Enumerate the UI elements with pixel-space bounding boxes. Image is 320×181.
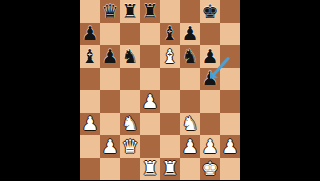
- square-h6[interactable]: [220, 45, 240, 68]
- square-b1[interactable]: [100, 158, 120, 181]
- square-d3[interactable]: [140, 113, 160, 136]
- square-g7[interactable]: [200, 23, 220, 46]
- square-g8[interactable]: ♚: [200, 0, 220, 23]
- square-d2[interactable]: [140, 135, 160, 158]
- white-knight-c3[interactable]: ♞: [121, 114, 138, 133]
- square-f8[interactable]: [180, 0, 200, 23]
- square-h2[interactable]: ♟: [220, 135, 240, 158]
- square-b5[interactable]: [100, 68, 120, 91]
- square-a7[interactable]: ♟: [80, 23, 100, 46]
- white-pawn-b2[interactable]: ♟: [101, 136, 118, 155]
- screenshot-root: ♛♜♜♚♟♝♟♝♟♞♝♞♟♟♟♟♞♞♟♛♟♟♟♜♜♚: [0, 0, 320, 180]
- square-f1[interactable]: [180, 158, 200, 181]
- black-rook-c8[interactable]: ♜: [121, 1, 138, 20]
- white-pawn-d4[interactable]: ♟: [141, 91, 158, 110]
- square-d7[interactable]: [140, 23, 160, 46]
- square-c3[interactable]: ♞: [120, 113, 140, 136]
- white-king-g1[interactable]: ♚: [201, 159, 218, 178]
- black-knight-c6[interactable]: ♞: [121, 46, 138, 65]
- square-d8[interactable]: ♜: [140, 0, 160, 23]
- chess-board[interactable]: ♛♜♜♚♟♝♟♝♟♞♝♞♟♟♟♟♞♞♟♛♟♟♟♜♜♚: [80, 0, 240, 180]
- black-pawn-a7[interactable]: ♟: [81, 24, 98, 43]
- square-b4[interactable]: [100, 90, 120, 113]
- black-pawn-g6[interactable]: ♟: [201, 46, 218, 65]
- square-c1[interactable]: [120, 158, 140, 181]
- square-c5[interactable]: [120, 68, 140, 91]
- square-h7[interactable]: [220, 23, 240, 46]
- square-f4[interactable]: [180, 90, 200, 113]
- black-bishop-a6[interactable]: ♝: [81, 46, 98, 65]
- square-g1[interactable]: ♚: [200, 158, 220, 181]
- square-f6[interactable]: ♞: [180, 45, 200, 68]
- square-a4[interactable]: [80, 90, 100, 113]
- square-d5[interactable]: [140, 68, 160, 91]
- square-b6[interactable]: ♟: [100, 45, 120, 68]
- black-knight-f6[interactable]: ♞: [181, 46, 198, 65]
- square-f3[interactable]: ♞: [180, 113, 200, 136]
- square-a5[interactable]: [80, 68, 100, 91]
- square-c2[interactable]: ♛: [120, 135, 140, 158]
- square-f2[interactable]: ♟: [180, 135, 200, 158]
- square-e4[interactable]: [160, 90, 180, 113]
- square-e1[interactable]: ♜: [160, 158, 180, 181]
- square-a2[interactable]: [80, 135, 100, 158]
- square-b3[interactable]: [100, 113, 120, 136]
- black-bishop-e7[interactable]: ♝: [161, 24, 178, 43]
- square-g6[interactable]: ♟: [200, 45, 220, 68]
- white-rook-e1[interactable]: ♜: [161, 159, 178, 178]
- white-pawn-a3[interactable]: ♟: [81, 114, 98, 133]
- square-e5[interactable]: [160, 68, 180, 91]
- letterbox-right: [240, 0, 320, 180]
- square-f5[interactable]: [180, 68, 200, 91]
- square-a6[interactable]: ♝: [80, 45, 100, 68]
- square-g2[interactable]: ♟: [200, 135, 220, 158]
- square-f7[interactable]: ♟: [180, 23, 200, 46]
- square-b7[interactable]: [100, 23, 120, 46]
- square-g5[interactable]: ♟: [200, 68, 220, 91]
- square-e7[interactable]: ♝: [160, 23, 180, 46]
- black-rook-d8[interactable]: ♜: [141, 1, 158, 20]
- white-knight-f3[interactable]: ♞: [181, 114, 198, 133]
- square-g4[interactable]: [200, 90, 220, 113]
- square-g3[interactable]: [200, 113, 220, 136]
- square-a3[interactable]: ♟: [80, 113, 100, 136]
- square-h1[interactable]: [220, 158, 240, 181]
- square-c6[interactable]: ♞: [120, 45, 140, 68]
- square-a1[interactable]: [80, 158, 100, 181]
- white-rook-d1[interactable]: ♜: [141, 159, 158, 178]
- square-e8[interactable]: [160, 0, 180, 23]
- letterbox-left: [0, 0, 80, 180]
- square-c7[interactable]: [120, 23, 140, 46]
- square-d1[interactable]: ♜: [140, 158, 160, 181]
- black-queen-b8[interactable]: ♛: [101, 1, 118, 20]
- black-pawn-b6[interactable]: ♟: [101, 46, 118, 65]
- square-e6[interactable]: ♝: [160, 45, 180, 68]
- square-d6[interactable]: [140, 45, 160, 68]
- white-pawn-g2[interactable]: ♟: [201, 136, 218, 155]
- square-e3[interactable]: [160, 113, 180, 136]
- square-b2[interactable]: ♟: [100, 135, 120, 158]
- square-c8[interactable]: ♜: [120, 0, 140, 23]
- white-pawn-f2[interactable]: ♟: [181, 136, 198, 155]
- white-bishop-e6[interactable]: ♝: [161, 46, 178, 65]
- black-king-g8[interactable]: ♚: [201, 1, 218, 20]
- square-h4[interactable]: [220, 90, 240, 113]
- square-e2[interactable]: [160, 135, 180, 158]
- black-pawn-g5[interactable]: ♟: [201, 69, 218, 88]
- square-d4[interactable]: ♟: [140, 90, 160, 113]
- square-h3[interactable]: [220, 113, 240, 136]
- square-a8[interactable]: [80, 0, 100, 23]
- white-pawn-h2[interactable]: ♟: [221, 136, 238, 155]
- square-h8[interactable]: [220, 0, 240, 23]
- white-queen-c2[interactable]: ♛: [121, 136, 138, 155]
- square-c4[interactable]: [120, 90, 140, 113]
- square-b8[interactable]: ♛: [100, 0, 120, 23]
- square-h5[interactable]: [220, 68, 240, 91]
- black-pawn-f7[interactable]: ♟: [181, 24, 198, 43]
